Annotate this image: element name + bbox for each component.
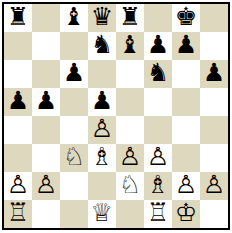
piece-black-pawn: ♟ xyxy=(7,88,29,115)
square-d6[interactable] xyxy=(88,60,116,88)
piece-black-knight: ♞ xyxy=(147,60,169,87)
square-g1[interactable]: ♔ xyxy=(172,200,200,228)
square-d5[interactable]: ♟ xyxy=(88,88,116,116)
piece-white-bishop: ♗ xyxy=(147,172,169,199)
piece-white-knight: ♘ xyxy=(63,144,85,171)
square-c1[interactable] xyxy=(60,200,88,228)
square-d4[interactable]: ♙ xyxy=(88,116,116,144)
piece-white-pawn: ♙ xyxy=(147,144,169,171)
square-d8[interactable]: ♛ xyxy=(88,4,116,32)
piece-white-queen: ♕ xyxy=(91,200,113,227)
square-d2[interactable] xyxy=(88,172,116,200)
piece-black-rook: ♜ xyxy=(119,4,141,31)
square-c4[interactable] xyxy=(60,116,88,144)
square-b8[interactable] xyxy=(32,4,60,32)
square-e6[interactable] xyxy=(116,60,144,88)
piece-black-pawn: ♟ xyxy=(175,32,197,59)
piece-white-bishop: ♗ xyxy=(91,144,113,171)
square-a6[interactable] xyxy=(4,60,32,88)
square-c3[interactable]: ♘ xyxy=(60,144,88,172)
piece-white-rook: ♖ xyxy=(147,200,169,227)
square-f4[interactable] xyxy=(144,116,172,144)
square-h1[interactable] xyxy=(200,200,228,228)
piece-white-pawn: ♙ xyxy=(35,172,57,199)
square-h3[interactable] xyxy=(200,144,228,172)
square-h2[interactable]: ♙ xyxy=(200,172,228,200)
square-b4[interactable] xyxy=(32,116,60,144)
square-e4[interactable] xyxy=(116,116,144,144)
square-a8[interactable]: ♜ xyxy=(4,4,32,32)
square-d1[interactable]: ♕ xyxy=(88,200,116,228)
square-g8[interactable]: ♚ xyxy=(172,4,200,32)
square-f2[interactable]: ♗ xyxy=(144,172,172,200)
square-f8[interactable] xyxy=(144,4,172,32)
piece-white-pawn: ♙ xyxy=(91,116,113,143)
square-c2[interactable] xyxy=(60,172,88,200)
piece-black-queen: ♛ xyxy=(91,4,113,31)
chessboard: ♜♝♛♜♚♞♝♟♟♟♞♟♟♟♟♙♘♗♙♙♙♙♘♗♙♙♖♕♖♔ xyxy=(4,4,228,228)
square-a3[interactable] xyxy=(4,144,32,172)
piece-white-knight: ♘ xyxy=(119,172,141,199)
piece-white-rook: ♖ xyxy=(7,200,29,227)
square-h6[interactable]: ♟ xyxy=(200,60,228,88)
square-e3[interactable]: ♙ xyxy=(116,144,144,172)
piece-black-knight: ♞ xyxy=(91,32,113,59)
square-h5[interactable] xyxy=(200,88,228,116)
piece-black-king: ♚ xyxy=(175,4,197,31)
piece-black-rook: ♜ xyxy=(7,4,29,31)
square-h7[interactable] xyxy=(200,32,228,60)
piece-black-bishop: ♝ xyxy=(63,4,85,31)
piece-black-pawn: ♟ xyxy=(35,88,57,115)
piece-white-pawn: ♙ xyxy=(7,172,29,199)
square-b1[interactable] xyxy=(32,200,60,228)
square-f5[interactable] xyxy=(144,88,172,116)
square-a5[interactable]: ♟ xyxy=(4,88,32,116)
square-g2[interactable]: ♙ xyxy=(172,172,200,200)
square-g3[interactable] xyxy=(172,144,200,172)
square-b2[interactable]: ♙ xyxy=(32,172,60,200)
piece-black-bishop: ♝ xyxy=(119,32,141,59)
square-c6[interactable]: ♟ xyxy=(60,60,88,88)
square-b5[interactable]: ♟ xyxy=(32,88,60,116)
square-f7[interactable]: ♟ xyxy=(144,32,172,60)
square-c5[interactable] xyxy=(60,88,88,116)
square-c8[interactable]: ♝ xyxy=(60,4,88,32)
piece-black-pawn: ♟ xyxy=(203,60,225,87)
square-e1[interactable] xyxy=(116,200,144,228)
piece-black-pawn: ♟ xyxy=(91,88,113,115)
square-c7[interactable] xyxy=(60,32,88,60)
square-f3[interactable]: ♙ xyxy=(144,144,172,172)
piece-black-pawn: ♟ xyxy=(147,32,169,59)
chessboard-frame: ♜♝♛♜♚♞♝♟♟♟♞♟♟♟♟♙♘♗♙♙♙♙♘♗♙♙♖♕♖♔ xyxy=(2,2,230,230)
square-a1[interactable]: ♖ xyxy=(4,200,32,228)
piece-white-pawn: ♙ xyxy=(119,144,141,171)
square-b6[interactable] xyxy=(32,60,60,88)
piece-white-king: ♔ xyxy=(175,200,197,227)
piece-black-pawn: ♟ xyxy=(63,60,85,87)
square-g5[interactable] xyxy=(172,88,200,116)
square-e5[interactable] xyxy=(116,88,144,116)
square-g4[interactable] xyxy=(172,116,200,144)
square-a7[interactable] xyxy=(4,32,32,60)
piece-white-pawn: ♙ xyxy=(175,172,197,199)
piece-white-pawn: ♙ xyxy=(203,172,225,199)
square-h4[interactable] xyxy=(200,116,228,144)
square-f6[interactable]: ♞ xyxy=(144,60,172,88)
square-d7[interactable]: ♞ xyxy=(88,32,116,60)
square-b7[interactable] xyxy=(32,32,60,60)
square-g7[interactable]: ♟ xyxy=(172,32,200,60)
square-a2[interactable]: ♙ xyxy=(4,172,32,200)
square-d3[interactable]: ♗ xyxy=(88,144,116,172)
square-e2[interactable]: ♘ xyxy=(116,172,144,200)
square-f1[interactable]: ♖ xyxy=(144,200,172,228)
square-b3[interactable] xyxy=(32,144,60,172)
square-a4[interactable] xyxy=(4,116,32,144)
square-e7[interactable]: ♝ xyxy=(116,32,144,60)
square-g6[interactable] xyxy=(172,60,200,88)
square-e8[interactable]: ♜ xyxy=(116,4,144,32)
square-h8[interactable] xyxy=(200,4,228,32)
